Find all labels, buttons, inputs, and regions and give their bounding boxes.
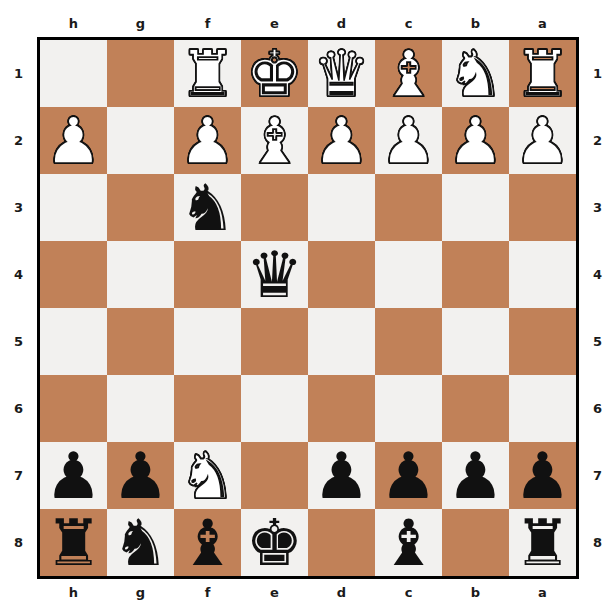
square-e4[interactable]: ♛ — [241, 241, 308, 308]
square-f5[interactable] — [174, 308, 241, 375]
square-g1[interactable] — [107, 40, 174, 107]
piece-bK-e8[interactable]: ♚ — [246, 511, 303, 575]
file-label-b: b — [442, 0, 509, 37]
piece-wR-a1[interactable]: ♜ — [514, 42, 571, 106]
piece-wN-f7[interactable]: ♞ — [179, 444, 236, 508]
square-d2[interactable]: ♟ — [308, 107, 375, 174]
square-h5[interactable] — [40, 308, 107, 375]
piece-bP-d7[interactable]: ♟ — [313, 444, 370, 508]
piece-bR-a8[interactable]: ♜ — [514, 511, 571, 575]
piece-bN-f3[interactable]: ♞ — [179, 176, 236, 240]
square-h7[interactable]: ♟ — [40, 442, 107, 509]
square-e3[interactable] — [241, 174, 308, 241]
file-label-f: f — [174, 579, 241, 616]
square-a7[interactable]: ♟ — [509, 442, 576, 509]
piece-wP-b2[interactable]: ♟ — [447, 109, 504, 173]
file-label-e: e — [241, 579, 308, 616]
square-c8[interactable]: ♝ — [375, 509, 442, 576]
square-c2[interactable]: ♟ — [375, 107, 442, 174]
file-label-g: g — [107, 579, 174, 616]
square-b7[interactable]: ♟ — [442, 442, 509, 509]
rank-label-7: 7 — [0, 442, 37, 509]
square-e5[interactable] — [241, 308, 308, 375]
square-f7[interactable]: ♞ — [174, 442, 241, 509]
piece-bP-h7[interactable]: ♟ — [45, 444, 102, 508]
square-g4[interactable] — [107, 241, 174, 308]
square-h2[interactable]: ♟ — [40, 107, 107, 174]
square-b4[interactable] — [442, 241, 509, 308]
square-e7[interactable] — [241, 442, 308, 509]
square-d1[interactable]: ♛ — [308, 40, 375, 107]
square-c7[interactable]: ♟ — [375, 442, 442, 509]
piece-bB-f8[interactable]: ♝ — [179, 511, 236, 575]
rank-label-2: 2 — [0, 107, 37, 174]
piece-bP-a7[interactable]: ♟ — [514, 444, 571, 508]
square-a6[interactable] — [509, 375, 576, 442]
square-b1[interactable]: ♞ — [442, 40, 509, 107]
square-d5[interactable] — [308, 308, 375, 375]
piece-wP-h2[interactable]: ♟ — [45, 109, 102, 173]
square-c4[interactable] — [375, 241, 442, 308]
rank-label-1: 1 — [0, 40, 37, 107]
square-f3[interactable]: ♞ — [174, 174, 241, 241]
square-h6[interactable] — [40, 375, 107, 442]
square-b8[interactable] — [442, 509, 509, 576]
file-label-a: a — [509, 579, 576, 616]
piece-bR-h8[interactable]: ♜ — [45, 511, 102, 575]
file-label-g: g — [107, 0, 174, 37]
square-a5[interactable] — [509, 308, 576, 375]
piece-bQ-e4[interactable]: ♛ — [246, 243, 303, 307]
square-g6[interactable] — [107, 375, 174, 442]
piece-wP-a2[interactable]: ♟ — [514, 109, 571, 173]
square-b6[interactable] — [442, 375, 509, 442]
piece-wQ-d1[interactable]: ♛ — [313, 42, 370, 106]
piece-wN-b1[interactable]: ♞ — [447, 42, 504, 106]
square-e8[interactable]: ♚ — [241, 509, 308, 576]
square-a4[interactable] — [509, 241, 576, 308]
rank-label-8: 8 — [0, 509, 37, 576]
square-d3[interactable] — [308, 174, 375, 241]
square-b2[interactable]: ♟ — [442, 107, 509, 174]
square-b5[interactable] — [442, 308, 509, 375]
piece-wK-e1[interactable]: ♚ — [246, 42, 303, 106]
file-labels-top: hgfedcba — [40, 0, 576, 37]
rank-labels-left: 12345678 — [0, 40, 37, 576]
rank-label-6: 6 — [579, 375, 616, 442]
square-c6[interactable] — [375, 375, 442, 442]
square-f2[interactable]: ♟ — [174, 107, 241, 174]
file-label-c: c — [375, 0, 442, 37]
square-f1[interactable]: ♜ — [174, 40, 241, 107]
square-h4[interactable] — [40, 241, 107, 308]
square-g5[interactable] — [107, 308, 174, 375]
file-label-c: c — [375, 579, 442, 616]
rank-label-3: 3 — [579, 174, 616, 241]
square-e2[interactable]: ♝ — [241, 107, 308, 174]
square-d6[interactable] — [308, 375, 375, 442]
rank-label-2: 2 — [579, 107, 616, 174]
file-label-e: e — [241, 0, 308, 37]
file-label-a: a — [509, 0, 576, 37]
square-h1[interactable] — [40, 40, 107, 107]
square-a3[interactable] — [509, 174, 576, 241]
piece-wB-c1[interactable]: ♝ — [380, 42, 437, 106]
chess-diagram-page: hgfedcba 12345678 ♜♚♛♝♞♜♟♟♝♟♟♟♟♞♛♟♟♞♟♟♟♟… — [0, 0, 616, 616]
square-h3[interactable] — [40, 174, 107, 241]
piece-wP-c2[interactable]: ♟ — [380, 109, 437, 173]
file-label-h: h — [40, 0, 107, 37]
square-a2[interactable]: ♟ — [509, 107, 576, 174]
piece-bN-g8[interactable]: ♞ — [112, 511, 169, 575]
square-g3[interactable] — [107, 174, 174, 241]
piece-bB-c8[interactable]: ♝ — [380, 511, 437, 575]
rank-label-5: 5 — [579, 308, 616, 375]
square-f8[interactable]: ♝ — [174, 509, 241, 576]
piece-bP-c7[interactable]: ♟ — [380, 444, 437, 508]
rank-label-3: 3 — [0, 174, 37, 241]
square-e6[interactable] — [241, 375, 308, 442]
piece-bP-b7[interactable]: ♟ — [447, 444, 504, 508]
rank-label-8: 8 — [579, 509, 616, 576]
square-c3[interactable] — [375, 174, 442, 241]
square-g8[interactable]: ♞ — [107, 509, 174, 576]
rank-label-7: 7 — [579, 442, 616, 509]
piece-wP-f2[interactable]: ♟ — [179, 109, 236, 173]
square-c5[interactable] — [375, 308, 442, 375]
square-d8[interactable] — [308, 509, 375, 576]
rank-label-4: 4 — [579, 241, 616, 308]
piece-bP-g7[interactable]: ♟ — [112, 444, 169, 508]
square-f6[interactable] — [174, 375, 241, 442]
square-d7[interactable]: ♟ — [308, 442, 375, 509]
file-label-d: d — [308, 0, 375, 37]
square-d4[interactable] — [308, 241, 375, 308]
rank-label-1: 1 — [579, 40, 616, 107]
piece-wR-f1[interactable]: ♜ — [179, 42, 236, 106]
file-label-h: h — [40, 579, 107, 616]
square-a8[interactable]: ♜ — [509, 509, 576, 576]
rank-label-6: 6 — [0, 375, 37, 442]
file-label-f: f — [174, 0, 241, 37]
file-label-d: d — [308, 579, 375, 616]
square-f4[interactable] — [174, 241, 241, 308]
rank-label-4: 4 — [0, 241, 37, 308]
square-a1[interactable]: ♜ — [509, 40, 576, 107]
square-c1[interactable]: ♝ — [375, 40, 442, 107]
file-label-b: b — [442, 579, 509, 616]
square-e1[interactable]: ♚ — [241, 40, 308, 107]
square-g7[interactable]: ♟ — [107, 442, 174, 509]
rank-label-5: 5 — [0, 308, 37, 375]
square-g2[interactable] — [107, 107, 174, 174]
rank-labels-right: 12345678 — [579, 40, 616, 576]
chess-board: ♜♚♛♝♞♜♟♟♝♟♟♟♟♞♛♟♟♞♟♟♟♟♜♞♝♚♝♜ — [37, 37, 579, 579]
piece-wP-d2[interactable]: ♟ — [313, 109, 370, 173]
file-labels-bottom: hgfedcba — [40, 579, 576, 616]
square-h8[interactable]: ♜ — [40, 509, 107, 576]
piece-wB-e2[interactable]: ♝ — [246, 109, 303, 173]
square-b3[interactable] — [442, 174, 509, 241]
